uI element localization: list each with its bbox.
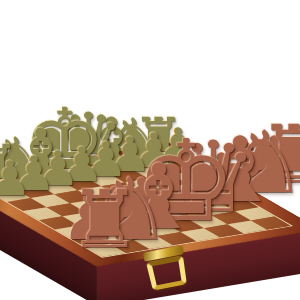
- brass-clasp: [140, 243, 200, 300]
- copper-rook-piece: ♜: [258, 115, 300, 195]
- clasp-loop: [146, 255, 187, 291]
- copper-pawn-piece: ♟: [247, 127, 300, 188]
- chess-set-photo-scene: ♜♞♝♚♛♝♞♜♟♟♟♟♟♟♟♟♟♟♟♟♟♟♟♟♜♞♝♚♛♝♞♜: [0, 0, 300, 300]
